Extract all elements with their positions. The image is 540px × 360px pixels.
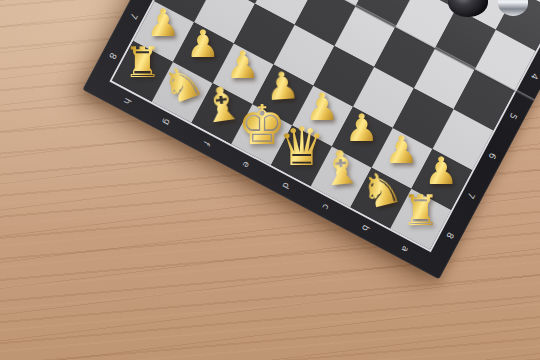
rank-label-5-right: 5 bbox=[508, 111, 520, 121]
file-label-c: c bbox=[320, 202, 331, 211]
file-label-d: d bbox=[280, 181, 292, 191]
file-label-b: b bbox=[359, 223, 371, 233]
rank-label-8-left: 8 bbox=[107, 51, 119, 61]
gold-pawn-h7[interactable]: ♟ bbox=[147, 4, 181, 42]
file-label-f: f bbox=[201, 139, 211, 146]
photo-scene: ♟♟♟♟♟♟♟♟♜♞♝♚♛♝♞♜ h88g77f66e55d44c33b22a1… bbox=[0, 0, 540, 360]
gold-rook-h8[interactable]: ♜ bbox=[124, 41, 162, 83]
file-label-e: e bbox=[240, 159, 251, 169]
file-label-a: a bbox=[399, 244, 410, 254]
file-label-g: g bbox=[161, 117, 173, 127]
rank-label-7-right: 7 bbox=[466, 190, 478, 200]
file-label-h: h bbox=[121, 96, 133, 106]
gold-rook-a8[interactable]: ♜ bbox=[402, 189, 440, 231]
gold-pawn-a7[interactable]: ♟ bbox=[425, 151, 459, 189]
rank-label-6-right: 6 bbox=[487, 151, 499, 161]
rank-label-8-right: 8 bbox=[444, 230, 456, 240]
rank-label-7-left: 7 bbox=[128, 11, 140, 21]
rank-label-4-right: 4 bbox=[529, 71, 540, 81]
